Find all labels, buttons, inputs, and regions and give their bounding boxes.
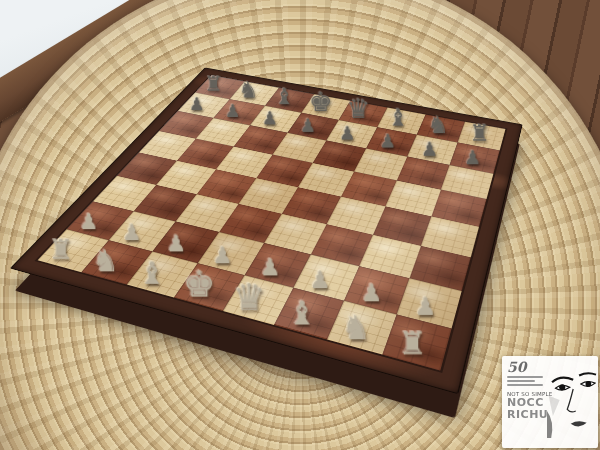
piece-black-pawn: ♟ — [339, 125, 356, 143]
piece-black-rook: ♜ — [469, 123, 489, 144]
watermark: 50 NOT SO SIMPLE NOCC RICHU — [502, 356, 598, 448]
watermark-divider — [507, 376, 543, 378]
piece-black-bishop: ♝ — [274, 86, 294, 107]
photo-canvas: ♜♞♝♚♛♝♞♜♟♟♟♟♟♟♟♟♟♟♟♟♟♟♟♟♜♞♝♚♛♝♞♜ 50 NOT … — [0, 0, 600, 450]
piece-black-pawn: ♟ — [379, 132, 396, 150]
piece-white-pawn: ♟ — [121, 222, 141, 243]
piece-black-knight: ♞ — [427, 114, 448, 137]
watermark-face-icon — [547, 356, 598, 444]
piece-white-rook: ♜ — [48, 238, 72, 264]
watermark-logo: 50 — [507, 360, 547, 374]
piece-black-knight: ♞ — [238, 80, 258, 101]
piece-white-king: ♚ — [184, 267, 216, 301]
piece-black-queen: ♛ — [347, 96, 371, 121]
square-e4 — [239, 178, 298, 214]
piece-black-king: ♚ — [309, 90, 333, 115]
piece-white-queen: ♛ — [233, 280, 266, 315]
piece-white-pawn: ♟ — [166, 233, 186, 254]
piece-white-pawn: ♟ — [79, 212, 98, 233]
piece-black-pawn: ♟ — [224, 103, 240, 120]
piece-white-pawn: ♟ — [309, 269, 330, 292]
piece-white-rook: ♜ — [398, 330, 426, 360]
watermark-text-column: 50 NOT SO SIMPLE NOCC RICHU — [502, 356, 547, 448]
piece-white-bishop: ♝ — [287, 298, 316, 329]
piece-black-pawn: ♟ — [299, 117, 315, 134]
piece-black-pawn: ♟ — [261, 110, 277, 127]
piece-black-rook: ♜ — [204, 75, 222, 94]
piece-black-bishop: ♝ — [387, 107, 408, 129]
watermark-name-line2: RICHU — [507, 409, 547, 421]
piece-white-bishop: ♝ — [138, 259, 166, 288]
watermark-divider — [507, 384, 543, 386]
watermark-divider — [507, 380, 535, 382]
piece-white-knight: ♞ — [92, 247, 119, 276]
piece-white-pawn: ♟ — [414, 295, 436, 318]
piece-black-pawn: ♟ — [421, 140, 438, 158]
piece-white-knight: ♞ — [341, 313, 371, 345]
watermark-name-line1: NOCC — [507, 397, 547, 409]
piece-black-pawn: ♟ — [463, 149, 480, 167]
piece-white-pawn: ♟ — [360, 282, 382, 305]
piece-black-pawn: ♟ — [189, 96, 205, 113]
